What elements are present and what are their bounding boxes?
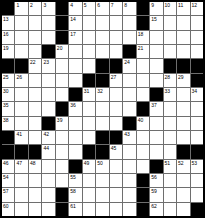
grid-cell[interactable]: 22: [29, 59, 41, 72]
clue-number: 13: [3, 16, 9, 22]
grid-cell[interactable]: 19: [2, 45, 14, 58]
black-cell: [137, 16, 149, 29]
grid-cell[interactable]: [150, 145, 162, 158]
clue-number: 19: [3, 45, 9, 51]
grid-cell[interactable]: 21: [137, 45, 149, 58]
grid-cell[interactable]: [15, 203, 27, 216]
black-cell: [2, 145, 14, 158]
clue-number: 6: [97, 2, 100, 8]
grid-cell[interactable]: [29, 16, 41, 29]
grid-cell[interactable]: [15, 16, 27, 29]
grid-cell[interactable]: 35: [2, 102, 14, 115]
grid-cell[interactable]: [150, 45, 162, 58]
grid-cell[interactable]: [123, 74, 135, 87]
black-cell: [56, 31, 68, 44]
black-cell: [56, 2, 68, 15]
clue-number: 31: [84, 88, 90, 94]
grid-cell[interactable]: [29, 117, 41, 130]
grid-cell[interactable]: 53: [191, 160, 203, 173]
grid-cell[interactable]: [177, 88, 189, 101]
clue-number: 5: [84, 2, 87, 8]
clue-number: 16: [3, 31, 9, 37]
clue-number: 26: [16, 74, 22, 80]
grid-cell[interactable]: 60: [2, 203, 14, 216]
grid-cell[interactable]: [164, 145, 176, 158]
grid-cell[interactable]: [29, 102, 41, 115]
clue-number: 14: [70, 16, 76, 22]
clue-number: 49: [84, 160, 90, 166]
clue-number: 42: [43, 131, 49, 137]
grid-cell[interactable]: 2: [29, 2, 41, 15]
grid-cell[interactable]: [191, 174, 203, 187]
crossword-grid: 1234567891011121314151617181920212223242…: [0, 0, 205, 218]
grid-cell[interactable]: [177, 45, 189, 58]
grid-cell[interactable]: [164, 102, 176, 115]
grid-cell[interactable]: 15: [150, 16, 162, 29]
black-cell: [56, 16, 68, 29]
grid-cell[interactable]: [164, 31, 176, 44]
grid-cell[interactable]: 61: [69, 203, 81, 216]
grid-cell[interactable]: 33: [164, 88, 176, 101]
grid-cell[interactable]: [150, 31, 162, 44]
black-cell: [15, 145, 27, 158]
black-cell: [15, 59, 27, 72]
grid-cell[interactable]: [123, 88, 135, 101]
grid-cell[interactable]: [177, 117, 189, 130]
grid-cell[interactable]: [56, 131, 68, 144]
grid-cell[interactable]: 57: [2, 188, 14, 201]
grid-cell[interactable]: 1: [15, 2, 27, 15]
grid-cell[interactable]: [42, 88, 54, 101]
clue-number: 25: [3, 74, 9, 80]
grid-cell[interactable]: [177, 31, 189, 44]
clue-number: 58: [70, 188, 76, 194]
black-cell: [191, 203, 203, 216]
clue-number: 21: [138, 45, 144, 51]
black-cell: [164, 59, 176, 72]
clue-number: 15: [151, 16, 157, 22]
clue-number: 4: [70, 2, 73, 8]
clue-number: 43: [124, 131, 130, 137]
grid-cell[interactable]: [191, 16, 203, 29]
clue-number: 55: [70, 174, 76, 180]
grid-cell[interactable]: [83, 45, 95, 58]
grid-cell[interactable]: 4: [69, 2, 81, 15]
grid-cell[interactable]: 55: [69, 174, 81, 187]
grid-cell[interactable]: [29, 74, 41, 87]
black-cell: [2, 131, 14, 144]
grid-cell[interactable]: [123, 16, 135, 29]
grid-cell[interactable]: [110, 203, 122, 216]
grid-cell[interactable]: [56, 88, 68, 101]
grid-cell[interactable]: [164, 203, 176, 216]
clue-number: 41: [16, 131, 22, 137]
black-cell: [123, 117, 135, 130]
grid-cell[interactable]: 47: [15, 160, 27, 173]
grid-cell[interactable]: [69, 45, 81, 58]
grid-cell[interactable]: 11: [177, 2, 189, 15]
clue-number: 56: [151, 174, 157, 180]
grid-cell[interactable]: [137, 59, 149, 72]
grid-cell[interactable]: 5: [83, 2, 95, 15]
clue-number: 39: [57, 117, 63, 123]
grid-cell[interactable]: [123, 174, 135, 187]
black-cell: [177, 145, 189, 158]
clue-number: 30: [3, 88, 9, 94]
grid-cell[interactable]: [177, 203, 189, 216]
grid-cell[interactable]: 13: [2, 16, 14, 29]
grid-cell[interactable]: [150, 74, 162, 87]
grid-cell[interactable]: 10: [164, 2, 176, 15]
grid-cell[interactable]: [15, 88, 27, 101]
grid-cell[interactable]: [96, 31, 108, 44]
clue-number: 61: [70, 203, 76, 209]
clue-number: 36: [70, 102, 76, 108]
grid-cell[interactable]: 17: [69, 31, 81, 44]
grid-cell[interactable]: [15, 31, 27, 44]
grid-cell[interactable]: [177, 16, 189, 29]
grid-cell[interactable]: [110, 16, 122, 29]
grid-cell[interactable]: [110, 174, 122, 187]
clue-number: 51: [165, 160, 171, 166]
grid-cell[interactable]: [110, 188, 122, 201]
black-cell: [2, 2, 14, 15]
grid-cell[interactable]: 39: [56, 117, 68, 130]
grid-cell[interactable]: [42, 203, 54, 216]
grid-cell[interactable]: 44: [42, 145, 54, 158]
grid-cell[interactable]: [150, 117, 162, 130]
clue-number: 10: [165, 2, 171, 8]
grid-cell[interactable]: [56, 145, 68, 158]
grid-cell[interactable]: [83, 102, 95, 115]
grid-cell[interactable]: [123, 145, 135, 158]
grid-cell[interactable]: [29, 31, 41, 44]
black-cell: [110, 59, 122, 72]
grid-cell[interactable]: [96, 188, 108, 201]
grid-cell[interactable]: [150, 59, 162, 72]
clue-number: 47: [16, 160, 22, 166]
clue-number: 38: [3, 117, 9, 123]
clue-number: 2: [30, 2, 33, 8]
black-cell: [137, 2, 149, 15]
grid-cell[interactable]: [191, 102, 203, 115]
grid-cell[interactable]: 7: [110, 2, 122, 15]
grid-cell[interactable]: [69, 117, 81, 130]
black-cell: [177, 59, 189, 72]
clue-number: 35: [3, 102, 9, 108]
grid-cell[interactable]: [191, 131, 203, 144]
grid-cell[interactable]: [191, 31, 203, 44]
grid-cell[interactable]: 51: [164, 160, 176, 173]
black-cell: [96, 145, 108, 158]
grid-cell[interactable]: 56: [150, 174, 162, 187]
black-cell: [137, 203, 149, 216]
grid-cell[interactable]: [164, 188, 176, 201]
grid-cell[interactable]: 28: [164, 74, 176, 87]
grid-cell[interactable]: [56, 174, 68, 187]
grid-cell[interactable]: 23: [42, 59, 54, 72]
clue-number: 32: [97, 88, 103, 94]
grid-cell[interactable]: 49: [83, 160, 95, 173]
grid-cell[interactable]: [96, 174, 108, 187]
grid-cell[interactable]: [110, 102, 122, 115]
grid-cell[interactable]: [137, 160, 149, 173]
black-cell: [56, 102, 68, 115]
clue-number: 29: [178, 74, 184, 80]
grid-cell[interactable]: 8: [123, 2, 135, 15]
grid-cell[interactable]: [83, 59, 95, 72]
grid-cell[interactable]: 26: [15, 74, 27, 87]
grid-cell[interactable]: [29, 45, 41, 58]
grid-cell[interactable]: [96, 45, 108, 58]
grid-cell[interactable]: 3: [42, 2, 54, 15]
grid-cell[interactable]: [42, 31, 54, 44]
grid-cell[interactable]: 58: [69, 188, 81, 201]
grid-cell[interactable]: [164, 117, 176, 130]
grid-cell[interactable]: [42, 74, 54, 87]
grid-cell[interactable]: 14: [69, 16, 81, 29]
black-cell: [110, 131, 122, 144]
grid-cell[interactable]: [137, 131, 149, 144]
grid-cell[interactable]: [110, 88, 122, 101]
grid-cell[interactable]: 29: [177, 74, 189, 87]
grid-cell[interactable]: 36: [69, 102, 81, 115]
grid-cell[interactable]: [15, 174, 27, 187]
black-cell: [96, 59, 108, 72]
grid-cell[interactable]: [83, 174, 95, 187]
clue-number: 54: [3, 174, 9, 180]
grid-cell[interactable]: 31: [83, 88, 95, 101]
grid-cell[interactable]: [164, 174, 176, 187]
clue-number: 53: [192, 160, 198, 166]
grid-cell[interactable]: [191, 188, 203, 201]
black-cell: [123, 45, 135, 58]
grid-cell[interactable]: [110, 31, 122, 44]
clue-number: 23: [43, 59, 49, 65]
black-cell: [137, 174, 149, 187]
grid-cell[interactable]: 54: [2, 174, 14, 187]
grid-cell[interactable]: 34: [191, 88, 203, 101]
black-cell: [96, 131, 108, 144]
grid-cell[interactable]: [29, 88, 41, 101]
clue-number: 3: [43, 2, 46, 8]
grid-cell[interactable]: [69, 59, 81, 72]
black-cell: [69, 160, 81, 173]
clue-number: 12: [192, 2, 198, 8]
grid-cell[interactable]: 52: [177, 160, 189, 173]
grid-cell[interactable]: [15, 117, 27, 130]
clue-number: 50: [97, 160, 103, 166]
grid-cell[interactable]: [123, 31, 135, 44]
grid-cell[interactable]: [42, 102, 54, 115]
clue-number: 28: [165, 74, 171, 80]
grid-cell[interactable]: [56, 74, 68, 87]
black-cell: [56, 203, 68, 216]
grid-cell[interactable]: [137, 88, 149, 101]
clue-number: 33: [165, 88, 171, 94]
grid-cell[interactable]: [69, 131, 81, 144]
clue-number: 7: [111, 2, 114, 8]
black-cell: [29, 145, 41, 158]
grid-cell[interactable]: [29, 188, 41, 201]
clue-number: 27: [111, 74, 117, 80]
grid-cell[interactable]: 18: [137, 31, 149, 44]
grid-cell[interactable]: [15, 188, 27, 201]
grid-cell[interactable]: [83, 203, 95, 216]
grid-cell[interactable]: 45: [110, 145, 122, 158]
grid-cell[interactable]: 12: [191, 2, 203, 15]
clue-number: 24: [124, 59, 130, 65]
grid-cell[interactable]: [15, 102, 27, 115]
clue-number: 17: [70, 31, 76, 37]
grid-cell[interactable]: [164, 16, 176, 29]
grid-cell[interactable]: [69, 145, 81, 158]
grid-cell[interactable]: 6: [96, 2, 108, 15]
black-cell: [137, 188, 149, 201]
clue-number: 40: [138, 117, 144, 123]
grid-cell[interactable]: [83, 117, 95, 130]
grid-cell[interactable]: [96, 203, 108, 216]
clue-number: 22: [30, 59, 36, 65]
grid-cell[interactable]: [177, 174, 189, 187]
grid-cell[interactable]: 38: [2, 117, 14, 130]
grid-cell[interactable]: [96, 102, 108, 115]
grid-cell[interactable]: [42, 16, 54, 29]
grid-cell[interactable]: [110, 45, 122, 58]
grid-cell[interactable]: [164, 131, 176, 144]
grid-cell[interactable]: [83, 131, 95, 144]
clue-number: 1: [16, 2, 19, 8]
black-cell: [191, 145, 203, 158]
grid-cell[interactable]: [164, 45, 176, 58]
grid-cell[interactable]: [42, 188, 54, 201]
grid-cell[interactable]: 59: [150, 188, 162, 201]
grid-cell[interactable]: [42, 160, 54, 173]
grid-cell[interactable]: [96, 117, 108, 130]
grid-cell[interactable]: [83, 188, 95, 201]
clue-number: 34: [192, 88, 198, 94]
grid-cell[interactable]: 9: [150, 2, 162, 15]
grid-cell[interactable]: 43: [123, 131, 135, 144]
grid-cell[interactable]: [110, 160, 122, 173]
grid-cell[interactable]: [29, 131, 41, 144]
grid-cell[interactable]: [110, 117, 122, 130]
grid-cell[interactable]: [123, 160, 135, 173]
grid-cell[interactable]: [137, 74, 149, 87]
grid-cell[interactable]: [123, 203, 135, 216]
black-cell: [2, 59, 14, 72]
black-cell: [42, 45, 54, 58]
clue-number: 46: [3, 160, 9, 166]
black-cell: [96, 74, 108, 87]
black-cell: [150, 160, 162, 173]
grid-cell[interactable]: [42, 174, 54, 187]
clue-number: 18: [138, 31, 144, 37]
grid-cell[interactable]: [83, 31, 95, 44]
grid-cell[interactable]: [29, 203, 41, 216]
clue-number: 8: [124, 2, 127, 8]
grid-cell[interactable]: [15, 45, 27, 58]
grid-cell[interactable]: 48: [29, 160, 41, 173]
grid-cell[interactable]: [69, 74, 81, 87]
grid-cell[interactable]: 27: [110, 74, 122, 87]
black-cell: [69, 88, 81, 101]
grid-cell[interactable]: 16: [2, 31, 14, 44]
clue-number: 59: [151, 188, 157, 194]
grid-cell[interactable]: [177, 102, 189, 115]
grid-cell[interactable]: [83, 16, 95, 29]
black-cell: [56, 188, 68, 201]
grid-cell[interactable]: 42: [42, 131, 54, 144]
clue-number: 37: [151, 102, 157, 108]
grid-cell[interactable]: 20: [56, 45, 68, 58]
grid-cell[interactable]: 32: [96, 88, 108, 101]
clue-number: 57: [3, 188, 9, 194]
clue-number: 62: [151, 203, 157, 209]
clue-number: 20: [57, 45, 63, 51]
grid-cell[interactable]: 41: [15, 131, 27, 144]
grid-cell[interactable]: [56, 160, 68, 173]
grid-cell[interactable]: [29, 174, 41, 187]
grid-cell[interactable]: [123, 188, 135, 201]
grid-cell[interactable]: [177, 188, 189, 201]
clue-number: 45: [111, 145, 117, 151]
black-cell: [83, 74, 95, 87]
grid-cell[interactable]: [191, 117, 203, 130]
black-cell: [150, 88, 162, 101]
black-cell: [83, 145, 95, 158]
grid-cell[interactable]: 25: [2, 74, 14, 87]
black-cell: [191, 59, 203, 72]
clue-number: 9: [151, 2, 154, 8]
grid-cell[interactable]: [123, 102, 135, 115]
grid-cell[interactable]: 24: [123, 59, 135, 72]
grid-cell[interactable]: 46: [2, 160, 14, 173]
grid-cell[interactable]: 50: [96, 160, 108, 173]
clue-number: 48: [30, 160, 36, 166]
grid-cell[interactable]: [150, 131, 162, 144]
black-cell: [137, 102, 149, 115]
grid-cell[interactable]: [177, 131, 189, 144]
clue-number: 11: [178, 2, 183, 8]
black-cell: [42, 117, 54, 130]
clue-number: 60: [3, 203, 9, 209]
clue-number: 44: [43, 145, 49, 151]
grid-cell[interactable]: [191, 45, 203, 58]
grid-cell[interactable]: [137, 145, 149, 158]
grid-cell[interactable]: [56, 59, 68, 72]
black-cell: [191, 74, 203, 87]
grid-cell[interactable]: 37: [150, 102, 162, 115]
grid-cell[interactable]: 30: [2, 88, 14, 101]
grid-cell[interactable]: [96, 16, 108, 29]
grid-cell[interactable]: 62: [150, 203, 162, 216]
grid-cell[interactable]: 40: [137, 117, 149, 130]
clue-number: 52: [178, 160, 184, 166]
